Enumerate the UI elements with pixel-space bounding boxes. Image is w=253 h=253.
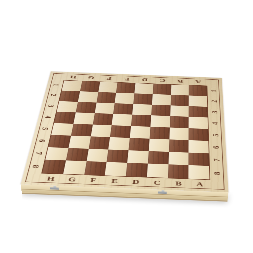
square-b7: [168, 152, 189, 166]
square-b5: [169, 127, 189, 140]
file-label: E: [103, 176, 125, 185]
square-h7: [45, 147, 68, 161]
square-f3: [94, 102, 114, 114]
square-a7: [189, 152, 209, 166]
square-f4: [93, 113, 114, 125]
square-b2: [170, 95, 189, 106]
square-d6: [129, 138, 150, 151]
rank-label: 7: [206, 156, 227, 164]
file-label: F: [82, 176, 105, 185]
rank-label: 3: [205, 109, 224, 116]
square-b3: [170, 105, 189, 117]
file-label: D: [125, 177, 147, 186]
rank-label: 5: [35, 125, 56, 133]
square-f5: [91, 125, 112, 138]
rank-label: 8: [206, 169, 227, 178]
file-label: C: [146, 178, 168, 187]
file-label: E: [118, 76, 137, 82]
square-e3: [113, 103, 133, 115]
square-g1: [80, 81, 100, 92]
file-label: G: [61, 175, 84, 184]
file-label: G: [82, 75, 101, 81]
square-c2: [152, 94, 171, 105]
square-f7: [86, 149, 108, 163]
square-g6: [68, 136, 90, 149]
file-label: F: [100, 75, 119, 81]
board-top-face: HGFEDCBA HGFEDCBA 12345678 12345678: [21, 71, 229, 192]
square-f6: [88, 136, 110, 149]
square-h8: [42, 160, 66, 174]
square-h5: [51, 123, 73, 135]
checkerboard-grid: [41, 80, 210, 180]
square-c3: [151, 104, 170, 116]
square-a8: [189, 165, 210, 179]
square-g3: [76, 102, 97, 114]
file-label: B: [171, 78, 189, 84]
square-g2: [78, 91, 98, 102]
rank-label: 1: [47, 82, 67, 89]
file-label: A: [189, 180, 210, 189]
square-c5: [149, 127, 169, 140]
square-b1: [171, 85, 189, 96]
square-f2: [96, 92, 116, 103]
square-d7: [127, 150, 148, 164]
file-label: H: [64, 74, 83, 80]
square-e2: [115, 93, 135, 104]
square-c8: [147, 164, 168, 178]
rank-labels-right: 12345678: [208, 86, 223, 181]
square-c1: [153, 84, 172, 95]
board-3d-object: HGFEDCBA HGFEDCBA 12345678 12345678: [21, 71, 229, 192]
square-c6: [149, 139, 170, 152]
square-e4: [112, 114, 132, 126]
hinge-left: [50, 186, 59, 190]
square-g7: [66, 148, 89, 162]
square-d4: [131, 115, 151, 127]
square-e6: [108, 137, 129, 150]
rank-label: 1: [204, 88, 222, 95]
rank-label: 6: [32, 137, 54, 145]
square-g4: [73, 112, 94, 124]
square-d3: [132, 104, 152, 116]
rank-label: 4: [205, 120, 225, 127]
file-label: C: [153, 77, 171, 83]
square-b8: [168, 164, 189, 178]
square-f1: [98, 82, 118, 93]
rank-label: 3: [41, 102, 61, 109]
square-g5: [71, 124, 93, 136]
file-label: A: [189, 79, 207, 85]
square-a6: [189, 140, 209, 153]
square-d5: [130, 126, 150, 139]
square-b4: [169, 116, 188, 128]
square-c7: [148, 151, 169, 165]
rank-label: 2: [44, 92, 64, 99]
square-d2: [133, 93, 152, 104]
chess-board: HGFEDCBA HGFEDCBA 12345678 12345678: [34, 29, 229, 224]
file-label: D: [135, 77, 153, 83]
photo-background: HGFEDCBA HGFEDCBA 12345678 12345678: [0, 0, 253, 253]
file-label: H: [39, 174, 62, 183]
square-a5: [189, 128, 209, 141]
square-g8: [63, 161, 86, 175]
rank-label: 6: [206, 143, 226, 151]
square-d1: [134, 83, 153, 94]
rank-label: 2: [205, 98, 224, 105]
square-e7: [107, 149, 129, 163]
square-b6: [169, 139, 189, 152]
hinge-right: [158, 190, 167, 194]
square-e1: [116, 83, 135, 94]
rank-labels-left: 12345678: [28, 80, 63, 174]
square-f8: [84, 161, 107, 175]
square-e5: [110, 125, 131, 138]
rank-label: 4: [38, 113, 59, 120]
rank-label: 5: [205, 131, 225, 139]
square-e8: [105, 162, 127, 176]
square-d8: [126, 163, 148, 177]
square-c4: [150, 115, 170, 127]
rank-label: 7: [28, 149, 50, 157]
file-label: B: [168, 179, 189, 188]
rank-label: 8: [25, 162, 48, 171]
square-h6: [48, 135, 71, 148]
